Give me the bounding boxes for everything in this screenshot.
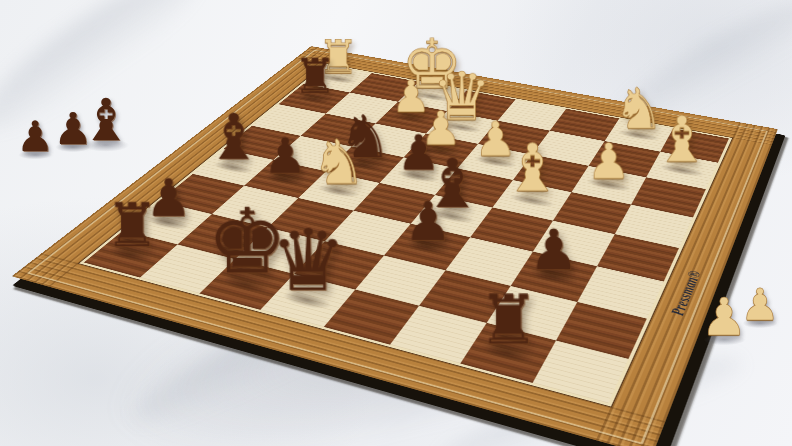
dark-rook-icon: ♜ (104, 197, 158, 253)
dark-pawn-icon: ♟ (529, 224, 579, 275)
dark-rook-icon: ♜ (478, 289, 540, 352)
piece-dark-rook-g1: ♜ (460, 323, 556, 383)
dark-pawn-icon: ♟ (404, 197, 452, 246)
perspective-scene: ♜♚♞♜♟♛♝♟♟♟♞♟♝♝♟♞♝♟♟♟♜♚♛♜ Pressman® (0, 0, 792, 446)
piece-dark-pawn-e3: ♟ (384, 224, 470, 270)
piece-light-bishop-f5: ♝ (493, 180, 571, 221)
chess-product-photo: ♜♚♞♜♟♛♝♟♟♟♞♟♝♝♟♞♝♟♟♟♜♚♛♜ Pressman® ♟♟♝ ♟… (0, 0, 792, 446)
piece-dark-queen-d1: ♛ (260, 274, 355, 327)
piece-light-pawn-g6: ♟ (571, 166, 646, 205)
dark-queen-icon: ♛ (270, 221, 346, 299)
dark-bishop-icon: ♝ (205, 109, 262, 167)
light-knight-icon: ♞ (311, 134, 366, 191)
light-bishop-icon: ♝ (503, 139, 563, 200)
light-pawn-icon: ♟ (587, 139, 631, 184)
captured-light-pawn: ♟ (740, 285, 779, 325)
dark-pawn-icon: ♟ (263, 134, 307, 179)
dark-rook-icon: ♜ (293, 54, 336, 98)
captured-dark-bishop: ♝ (80, 94, 132, 147)
piece-light-bishop-h7: ♝ (646, 152, 718, 189)
light-bishop-icon: ♝ (654, 111, 711, 170)
captured-dark-pawn: ♟ (16, 118, 54, 157)
